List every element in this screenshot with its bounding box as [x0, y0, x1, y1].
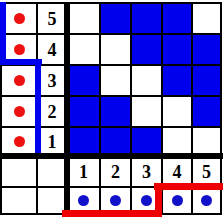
red-path-horizontal-bottom — [62, 210, 162, 217]
blue-dot-icon — [110, 195, 121, 206]
matrix-cell[interactable] — [162, 34, 192, 65]
empty-cell — [1, 187, 37, 214]
blue-dot-icon — [201, 195, 212, 206]
thick-vertical-divider — [64, 2, 70, 215]
matrix-cell[interactable] — [162, 3, 192, 34]
matrix-cell[interactable] — [100, 65, 131, 96]
matrix-cell[interactable] — [67, 3, 100, 34]
matrix-cell[interactable] — [100, 96, 131, 127]
matrix-cell[interactable] — [131, 65, 162, 96]
row-label: 3 — [37, 65, 67, 96]
matrix-cell[interactable] — [131, 3, 162, 34]
matrix-cell[interactable] — [100, 127, 131, 156]
matrix-cell[interactable] — [131, 96, 162, 127]
red-dot-cell — [1, 3, 37, 34]
blue-dot-cell — [192, 187, 221, 214]
blue-dot-icon — [172, 195, 183, 206]
matrix-cell[interactable] — [162, 96, 192, 127]
empty-cell — [37, 156, 67, 187]
red-dot-icon — [14, 136, 25, 147]
matrix-cell[interactable] — [67, 65, 100, 96]
col-label: 2 — [100, 156, 131, 187]
red-path-horizontal-top — [154, 183, 223, 190]
matrix-cell[interactable] — [162, 65, 192, 96]
matrix-cell[interactable] — [100, 34, 131, 65]
red-dot-icon — [14, 106, 25, 117]
matrix-cell[interactable] — [162, 127, 192, 156]
red-dot-cell — [1, 127, 37, 156]
red-dot-cell — [1, 96, 37, 127]
blue-dot-cell — [162, 187, 192, 214]
row-label: 5 — [37, 3, 67, 34]
row-label: 2 — [37, 96, 67, 127]
blue-dot-icon — [78, 195, 89, 206]
empty-cell — [1, 156, 37, 187]
matrix-cell[interactable] — [192, 3, 221, 34]
matrix-cell[interactable] — [67, 34, 100, 65]
matrix-cell[interactable] — [100, 3, 131, 34]
red-dot-cell — [1, 65, 37, 96]
matrix-cell[interactable] — [67, 96, 100, 127]
row-label: 1 — [37, 127, 67, 156]
matrix-cell[interactable] — [192, 65, 221, 96]
matrix-cell[interactable] — [192, 96, 221, 127]
matrix-cell[interactable] — [131, 34, 162, 65]
thick-horizontal-divider — [0, 153, 223, 159]
matrix-cell[interactable] — [67, 127, 100, 156]
matrix-cell[interactable] — [192, 34, 221, 65]
red-dot-icon — [14, 44, 25, 55]
blue-path-vertical-bottom — [35, 59, 41, 153]
matrix-cell[interactable] — [192, 127, 221, 156]
blue-dot-icon — [141, 195, 152, 206]
red-dot-icon — [14, 13, 25, 24]
matrix-cell[interactable] — [131, 127, 162, 156]
red-dot-icon — [14, 75, 25, 86]
puzzle-diagram: 5432112345 — [0, 0, 223, 218]
col-label: 1 — [67, 156, 100, 187]
blue-path-vertical-top — [0, 2, 6, 65]
